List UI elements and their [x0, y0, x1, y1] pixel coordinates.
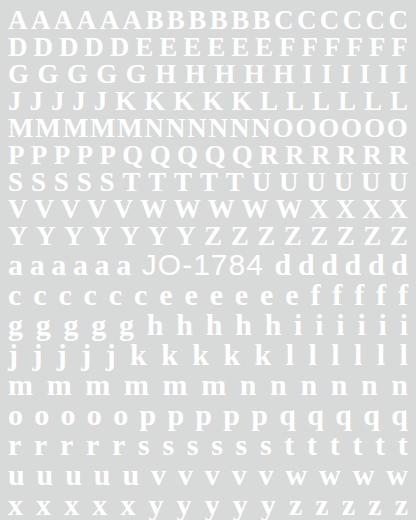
letter-cell: u: [8, 460, 25, 490]
letter-cell: P: [99, 142, 116, 169]
letter-cell: j: [57, 340, 67, 370]
letter-cell: N: [145, 115, 165, 142]
letter-cell: H: [155, 61, 176, 88]
letter-cell: Z: [390, 223, 408, 250]
letter-cell: L: [390, 88, 408, 115]
letter-cell: L: [312, 88, 330, 115]
letter-cell: w: [386, 460, 408, 490]
letter-cell: F: [391, 34, 408, 61]
letter-row: GGGGGHHHHHIIIIII: [8, 61, 408, 88]
letter-cell: o: [113, 400, 128, 430]
letter-cell: S: [8, 169, 23, 196]
letter-cell: E: [159, 34, 177, 61]
letter-cell: o: [8, 400, 23, 430]
letter-cell: c: [134, 280, 147, 310]
letter-cell: D: [8, 34, 28, 61]
letter-cell: y: [233, 490, 248, 520]
letter-row: ggggghhhhhiiiiii: [8, 310, 408, 340]
letter-cell: O: [318, 115, 339, 142]
letter-cell: h: [265, 310, 282, 340]
letter-cell: I: [359, 61, 370, 88]
letter-cell: N: [187, 115, 207, 142]
letter-cell: K: [231, 88, 252, 115]
letter-cell: K: [115, 88, 136, 115]
letter-cell: C: [343, 7, 363, 34]
letter-cell: n: [270, 370, 287, 400]
letter-cell: q: [391, 400, 408, 430]
letter-cell: J: [94, 88, 108, 115]
letter-cell: Z: [204, 223, 222, 250]
letter-cell: e: [285, 280, 298, 310]
letter-cell: Q: [122, 142, 143, 169]
letter-cell: S: [100, 169, 115, 196]
letter-cell: R: [337, 142, 357, 169]
letter-cell: m: [47, 370, 72, 400]
letter-cell: n: [300, 370, 317, 400]
letter-cell: U: [334, 169, 354, 196]
letter-cell: i: [379, 310, 387, 340]
letter-row: cccccceeeeeefffff: [8, 280, 408, 310]
letter-cell: A: [54, 7, 74, 34]
letter-cell: D: [33, 34, 53, 61]
letter-cell: f: [354, 280, 364, 310]
letter-cell: q: [279, 400, 296, 430]
letter-cell: q: [335, 400, 352, 430]
letter-cell: N: [209, 115, 229, 142]
letter-cell: Y: [8, 223, 28, 250]
letter-cell: S: [54, 169, 69, 196]
letter-cell: Q: [232, 142, 253, 169]
letter-cell: g: [8, 310, 23, 340]
letter-cell: t: [375, 430, 385, 460]
letter-cell: d: [275, 250, 292, 280]
letter-cell: i: [315, 310, 323, 340]
letter-cell: s: [260, 430, 272, 460]
letter-cell: u: [94, 460, 111, 490]
letter-cell: u: [122, 460, 139, 490]
letter-cell: I: [303, 61, 314, 88]
letter-cell: r: [34, 430, 47, 460]
letter-cell: M: [8, 115, 33, 142]
letter-cell: X: [362, 196, 382, 223]
letter-cell: A: [8, 7, 28, 34]
letter-cell: R: [259, 142, 279, 169]
letter-cell: Y: [148, 223, 168, 250]
letter-cell: x: [120, 490, 135, 520]
letter-cell: I: [340, 61, 351, 88]
letter-row: aaaaaaJO-1784dddddd: [8, 250, 408, 280]
letter-cell: k: [223, 340, 240, 370]
letter-cell: z: [395, 490, 408, 520]
letter-cell: y: [261, 490, 276, 520]
letter-cell: a: [73, 250, 88, 280]
letter-cell: w: [319, 460, 341, 490]
letter-cell: H: [214, 61, 235, 88]
letter-cell: H: [185, 61, 206, 88]
letter-cell: A: [123, 7, 143, 34]
letter-cell: B: [253, 7, 271, 34]
letter-cell: v: [205, 460, 220, 490]
letter-cell: n: [361, 370, 378, 400]
letter-cell: k: [192, 340, 209, 370]
letter-cell: r: [60, 430, 73, 460]
letter-cell: i: [294, 310, 302, 340]
letter-cell: a: [30, 250, 45, 280]
letter-cell: n: [331, 370, 348, 400]
letter-cell: P: [8, 142, 25, 169]
letter-cell: L: [286, 88, 304, 115]
letter-cell: k: [161, 340, 178, 370]
letter-cell: g: [36, 310, 51, 340]
letter-cell: s: [187, 430, 199, 460]
letter-cell: V: [114, 196, 134, 223]
letter-cell: z: [289, 490, 302, 520]
letter-cell: A: [31, 7, 51, 34]
letter-cell: v: [151, 460, 166, 490]
letter-cell: M: [35, 115, 60, 142]
letter-cell: h: [176, 310, 193, 340]
letter-cell: K: [202, 88, 223, 115]
letter-cell: a: [8, 250, 23, 280]
letter-cell: w: [286, 460, 308, 490]
letter-cell: V: [34, 196, 54, 223]
letter-cell: G: [8, 61, 29, 88]
letter-cell: c: [84, 280, 97, 310]
letter-cell: O: [295, 115, 316, 142]
letter-row: PPPPPQQQQQRRRRRR: [8, 142, 408, 169]
letter-cell: Y: [176, 223, 196, 250]
letter-cell: T: [174, 169, 192, 196]
letter-cell: G: [96, 61, 117, 88]
letter-row: SSSSSTTTTTUUUUUU: [8, 169, 408, 196]
letter-cell: p: [139, 400, 156, 430]
letter-cell: g: [91, 310, 106, 340]
letter-cell: U: [361, 169, 381, 196]
letter-cell: d: [345, 250, 362, 280]
letter-cell: d: [391, 250, 408, 280]
letter-cell: Y: [64, 223, 84, 250]
letter-cell: U: [252, 169, 272, 196]
letter-cell: l: [399, 340, 407, 370]
letter-cell: L: [364, 88, 382, 115]
letter-cell: E: [135, 34, 153, 61]
letter-cell: F: [346, 34, 363, 61]
letter-cell: O: [341, 115, 362, 142]
letter-cell: m: [8, 370, 33, 400]
letter-cell: U: [306, 169, 326, 196]
letter-cell: e: [159, 280, 172, 310]
letter-cell: N: [166, 115, 186, 142]
letter-cell: M: [90, 115, 115, 142]
letter-cell: Z: [337, 223, 355, 250]
letter-cell: v: [232, 460, 247, 490]
letter-row: jjjjjkkkkkllllll: [8, 340, 408, 370]
letter-cell: G: [67, 61, 88, 88]
letter-cell: x: [64, 490, 79, 520]
letter-cell: f: [332, 280, 342, 310]
letter-cell: F: [302, 34, 319, 61]
letter-cell: r: [86, 430, 99, 460]
letter-cell: C: [389, 7, 409, 34]
letter-cell: o: [61, 400, 76, 430]
letter-cell: e: [235, 280, 248, 310]
letter-row: mmmmmmnnnnnn: [8, 370, 408, 400]
letter-cell: l: [286, 340, 294, 370]
letter-cell: P: [54, 142, 71, 169]
letter-row: uuuuuvvvvvwwww: [8, 460, 408, 490]
letter-cell: z: [342, 490, 355, 520]
letter-cell: T: [122, 169, 140, 196]
letter-row: VVVVVWWWWWXXXX: [8, 196, 408, 223]
letter-cell: q: [307, 400, 324, 430]
letter-cell: W: [174, 196, 201, 223]
letter-cell: B: [231, 7, 249, 34]
letter-cell: x: [92, 490, 107, 520]
letter-cell: C: [366, 7, 386, 34]
letter-cell: B: [210, 7, 228, 34]
letter-cell: G: [126, 61, 147, 88]
letter-cell: M: [117, 115, 142, 142]
letter-cell: p: [223, 400, 240, 430]
letter-cell: m: [124, 370, 149, 400]
letter-cell: k: [255, 340, 272, 370]
letter-cell: R: [363, 142, 383, 169]
letter-cell: c: [109, 280, 122, 310]
letter-cell: s: [236, 430, 248, 460]
letter-cell: H: [244, 61, 265, 88]
letter-cell: C: [320, 7, 340, 34]
letter-cell: t: [352, 430, 362, 460]
letter-cell: i: [400, 310, 408, 340]
letter-cell: S: [31, 169, 46, 196]
letter-cell: M: [63, 115, 88, 142]
letter-cell: i: [357, 310, 365, 340]
letter-row: YYYYYYYZZZZZZZZ: [8, 223, 408, 250]
letter-row: xxxxxyyyyyzzzzz: [8, 490, 408, 520]
letter-cell: Z: [363, 223, 381, 250]
letter-cell: j: [81, 340, 91, 370]
letter-cell: J: [51, 88, 65, 115]
letter-cell: T: [200, 169, 218, 196]
letter-cell: I: [378, 61, 389, 88]
letter-cell: x: [36, 490, 51, 520]
letter-cell: j: [8, 340, 18, 370]
letter-cell: P: [77, 142, 94, 169]
letter-cell: O: [364, 115, 385, 142]
letter-cell: Z: [310, 223, 328, 250]
letter-cell: D: [110, 34, 130, 61]
letter-cell: n: [391, 370, 408, 400]
letter-cell: O: [273, 115, 294, 142]
letter-cell: c: [8, 280, 21, 310]
letter-cell: W: [275, 196, 302, 223]
letter-cell: W: [208, 196, 235, 223]
letter-cell: f: [376, 280, 386, 310]
letter-cell: R: [285, 142, 305, 169]
letter-cell: x: [8, 490, 23, 520]
letter-cell: J: [8, 88, 22, 115]
letter-cell: h: [206, 310, 223, 340]
letter-cell: t: [284, 430, 294, 460]
letter-cell: p: [251, 400, 268, 430]
letter-cell: V: [87, 196, 107, 223]
letter-cell: l: [354, 340, 362, 370]
letter-cell: o: [87, 400, 102, 430]
letter-cell: P: [31, 142, 48, 169]
letter-cell: Y: [36, 223, 56, 250]
letter-cell: g: [64, 310, 79, 340]
letter-cell: l: [331, 340, 339, 370]
letter-cell: E: [255, 34, 273, 61]
letter-cell: s: [162, 430, 174, 460]
letter-cell: C: [297, 7, 317, 34]
letter-cell: g: [119, 310, 134, 340]
letter-row: DDDDDEEEEEEFFFFFF: [8, 34, 408, 61]
letter-row: MMMMMNNNNNNOOOOOO: [8, 115, 408, 142]
letter-cell: d: [368, 250, 385, 280]
letter-cell: K: [144, 88, 165, 115]
letter-cell: y: [177, 490, 192, 520]
letter-cell: Q: [204, 142, 225, 169]
letter-cell: v: [178, 460, 193, 490]
letter-cell: J: [29, 88, 43, 115]
letter-cell: A: [77, 7, 97, 34]
letter-cell: p: [167, 400, 184, 430]
letter-cell: i: [336, 310, 344, 340]
letter-cell: O: [387, 115, 408, 142]
letter-cell: h: [147, 310, 164, 340]
letter-cell: E: [231, 34, 249, 61]
letter-cell: p: [195, 400, 212, 430]
letter-cell: I: [397, 61, 408, 88]
letter-cell: G: [37, 61, 58, 88]
letter-cell: t: [307, 430, 317, 460]
letter-cell: L: [338, 88, 356, 115]
letter-cell: t: [330, 430, 340, 460]
letter-cell: a: [51, 250, 66, 280]
letter-cell: l: [377, 340, 385, 370]
letter-cell: s: [211, 430, 223, 460]
letter-cell: z: [315, 490, 328, 520]
letter-cell: B: [167, 7, 185, 34]
letter-cell: N: [251, 115, 271, 142]
letter-cell: X: [388, 196, 408, 223]
letter-cell: d: [298, 250, 315, 280]
letter-cell: j: [106, 340, 116, 370]
letter-row: JJJJJKKKKKLLLLLL: [8, 88, 408, 115]
letter-cell: d: [321, 250, 338, 280]
letter-cell: e: [210, 280, 223, 310]
letter-cell: D: [59, 34, 79, 61]
letter-cell: Z: [284, 223, 302, 250]
letter-cell: v: [259, 460, 274, 490]
letter-cell: r: [112, 430, 125, 460]
letter-cell: c: [33, 280, 46, 310]
letter-cell: m: [163, 370, 188, 400]
letter-cell: E: [207, 34, 225, 61]
letter-cell: z: [368, 490, 381, 520]
letter-cell: B: [145, 7, 163, 34]
letter-cell: y: [148, 490, 163, 520]
letter-cell: Y: [120, 223, 140, 250]
letter-cell: J: [72, 88, 86, 115]
letter-cell: T: [148, 169, 166, 196]
letter-cell: V: [61, 196, 81, 223]
letter-cell: R: [388, 142, 408, 169]
letter-cell: W: [242, 196, 269, 223]
letter-cell: f: [310, 280, 320, 310]
sticker-sheet: AAAAAABBBBBBCCCCCCDDDDDEEEEEEFFFFFFGGGGG…: [0, 0, 416, 520]
letter-cell: L: [260, 88, 278, 115]
letter-cell: Y: [92, 223, 112, 250]
letter-cell: U: [388, 169, 408, 196]
letter-cell: N: [230, 115, 250, 142]
letter-cell: n: [240, 370, 257, 400]
letter-cell: e: [260, 280, 273, 310]
letter-cell: w: [353, 460, 375, 490]
letter-cell: H: [273, 61, 294, 88]
letter-cell: s: [138, 430, 150, 460]
letter-cell: o: [34, 400, 49, 430]
letter-cell: m: [85, 370, 110, 400]
letter-cell: W: [140, 196, 167, 223]
letter-cell: F: [279, 34, 296, 61]
letter-cell: K: [173, 88, 194, 115]
letter-row: AAAAAABBBBBBCCCCCC: [8, 7, 408, 34]
letter-cell: E: [183, 34, 201, 61]
letter-cell: Q: [177, 142, 198, 169]
letter-cell: B: [188, 7, 206, 34]
letter-cell: l: [308, 340, 316, 370]
letter-cell: X: [336, 196, 356, 223]
letter-cell: S: [77, 169, 92, 196]
letter-cell: c: [58, 280, 71, 310]
letter-cell: F: [324, 34, 341, 61]
letter-cell: f: [398, 280, 408, 310]
letter-cell: h: [235, 310, 252, 340]
letter-cell: U: [279, 169, 299, 196]
letter-cell: D: [84, 34, 104, 61]
letter-cell: r: [8, 430, 21, 460]
letter-cell: a: [95, 250, 110, 280]
letter-cell: A: [100, 7, 120, 34]
letter-cell: Z: [231, 223, 249, 250]
letter-cell: u: [37, 460, 54, 490]
letter-cell: Z: [257, 223, 275, 250]
letter-cell: I: [321, 61, 332, 88]
letter-row: ooooopppppqqqqq: [8, 400, 408, 430]
letter-cell: Q: [150, 142, 171, 169]
letter-cell: e: [184, 280, 197, 310]
sheet-code: JO-1784: [138, 250, 268, 280]
letter-cell: R: [311, 142, 331, 169]
letter-row: rrrrrsssssstttttt: [8, 430, 408, 460]
letter-cell: V: [8, 196, 28, 223]
letter-cell: a: [116, 250, 131, 280]
letter-cell: u: [65, 460, 82, 490]
letter-cell: j: [32, 340, 42, 370]
letter-cell: m: [201, 370, 226, 400]
letter-cell: F: [369, 34, 386, 61]
letter-cell: t: [398, 430, 408, 460]
letter-cell: X: [309, 196, 329, 223]
letter-cell: y: [205, 490, 220, 520]
letter-cell: T: [226, 169, 244, 196]
letter-cell: C: [274, 7, 294, 34]
letter-cell: q: [363, 400, 380, 430]
letter-cell: k: [130, 340, 147, 370]
